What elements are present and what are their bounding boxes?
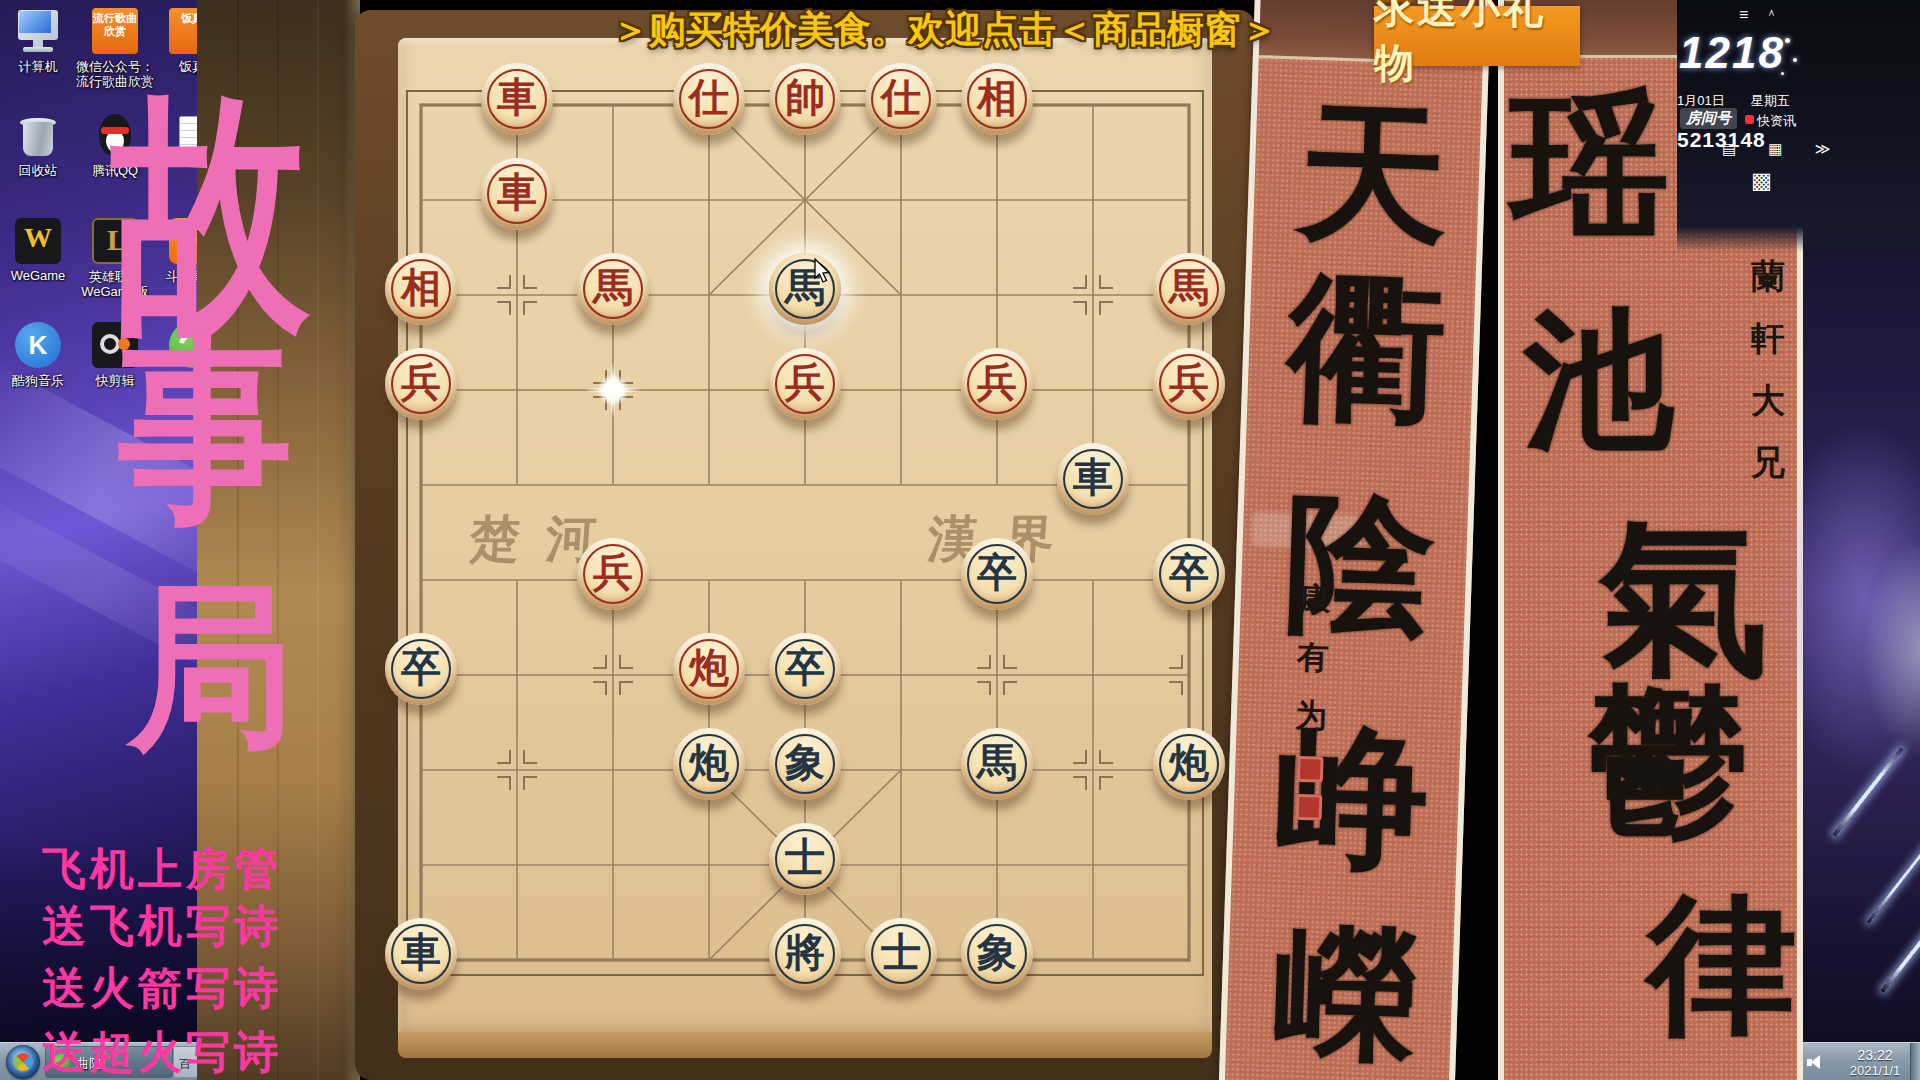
calligraphy-char: 池	[1524, 282, 1674, 484]
taskbar-right-segment: 23:22 2021/1/1	[1803, 1042, 1920, 1080]
stream-sidebar-panel: ≡ ＾ 1218 1月01日 星期五 房间号 5213148 快资讯 ▤ ▦ ≫…	[1677, 0, 1920, 252]
piece-red-horse[interactable]: 馬	[577, 253, 649, 325]
taskbar-clock-date[interactable]: 2021/1/1	[1839, 1063, 1911, 1078]
calligraphy-scroll-left: 天衢陰峥嶸康有为	[1219, 0, 1491, 1080]
stream-weekday: 星期五	[1751, 92, 1790, 110]
piece-red-soldier[interactable]: 兵	[577, 538, 649, 610]
piece-black-soldier[interactable]: 卒	[385, 633, 457, 705]
stage-light-glow	[1863, 540, 1920, 760]
piece-glyph: 馬	[1169, 268, 1209, 308]
gift-request-banner-text: 求送小礼物	[1374, 0, 1580, 91]
taskbar-clock-time[interactable]: 23:22	[1845, 1047, 1905, 1063]
gift-instruction-line: 送火箭写诗	[42, 959, 282, 1018]
piece-red-advisor[interactable]: 仕	[673, 63, 745, 135]
piece-red-king[interactable]: 帥	[769, 63, 841, 135]
piece-glyph: 兵	[593, 553, 633, 593]
red-seal-stamp	[1296, 794, 1323, 821]
piece-black-chariot[interactable]: 車	[385, 918, 457, 990]
piece-glyph: 卒	[977, 553, 1017, 593]
piece-black-soldier[interactable]: 卒	[1153, 538, 1225, 610]
piece-red-advisor[interactable]: 仕	[865, 63, 937, 135]
piece-glyph: 車	[497, 78, 537, 118]
piece-red-soldier[interactable]: 兵	[769, 348, 841, 420]
piece-black-king[interactable]: 將	[769, 918, 841, 990]
room-number-label: 房间号	[1680, 108, 1737, 129]
piece-black-chariot[interactable]: 車	[1057, 443, 1129, 515]
piece-glyph: 炮	[1169, 743, 1209, 783]
piece-glyph: 相	[977, 78, 1017, 118]
piece-black-cannon[interactable]: 炮	[673, 728, 745, 800]
piece-black-advisor[interactable]: 士	[865, 918, 937, 990]
piece-red-chariot[interactable]: 車	[481, 158, 553, 230]
news-feed-label[interactable]: 快资讯	[1757, 112, 1796, 130]
sparkle-dot	[1781, 72, 1784, 75]
piece-glyph: 卒	[785, 648, 825, 688]
piece-black-soldier[interactable]: 卒	[961, 538, 1033, 610]
dedication-char: 蘭	[1751, 254, 1785, 300]
stream-title-char: 故	[112, 85, 310, 343]
shop-ticker-text: ＞购买特价美食。欢迎点击＜商品橱窗＞	[612, 5, 1278, 55]
piece-glyph: 兵	[977, 363, 1017, 403]
sparkle-dot	[1793, 58, 1797, 62]
piece-black-soldier[interactable]: 卒	[769, 633, 841, 705]
calligraphy-char: 律	[1647, 866, 1797, 1068]
piece-red-elephant[interactable]: 相	[385, 253, 457, 325]
neon-light-beam	[1881, 911, 1920, 992]
piece-red-chariot[interactable]: 車	[481, 63, 553, 135]
piece-black-cannon[interactable]: 炮	[1153, 728, 1225, 800]
piece-glyph: 兵	[401, 363, 441, 403]
piece-glyph: 馬	[593, 268, 633, 308]
gift-request-banner[interactable]: 求送小礼物	[1374, 6, 1580, 66]
piece-glyph: 車	[401, 933, 441, 973]
piece-glyph: 卒	[401, 648, 441, 688]
piece-glyph: 將	[785, 933, 825, 973]
piece-glyph: 象	[977, 933, 1017, 973]
piece-glyph: 兵	[1169, 363, 1209, 403]
piece-glyph: 士	[881, 933, 921, 973]
piece-black-elephant[interactable]: 象	[769, 728, 841, 800]
collapse-icon[interactable]: ＾	[1765, 6, 1778, 24]
dedication-char: 大	[1751, 378, 1785, 424]
sidebar-toolbar-icons[interactable]: ▤ ▦ ≫	[1722, 140, 1844, 158]
piece-glyph: 象	[785, 743, 825, 783]
douyu-event-logo: 1218	[1679, 28, 1785, 78]
gift-instruction-line: 送超火写诗	[42, 1023, 282, 1080]
signature-char: 康	[1298, 578, 1331, 623]
piece-red-soldier[interactable]: 兵	[961, 348, 1033, 420]
piece-black-elephant[interactable]: 象	[961, 918, 1033, 990]
qr-code-icon[interactable]: ▩	[1751, 168, 1772, 194]
menu-icon[interactable]: ≡	[1739, 6, 1748, 24]
piece-glyph: 士	[785, 838, 825, 878]
piece-red-horse[interactable]: 馬	[1153, 253, 1225, 325]
red-seal-stamp	[1297, 756, 1324, 783]
calligraphy-char: 瑶	[1511, 60, 1669, 273]
piece-red-soldier[interactable]: 兵	[1153, 348, 1225, 420]
speaker-icon[interactable]	[1811, 1055, 1820, 1069]
piece-red-elephant[interactable]: 相	[961, 63, 1033, 135]
screen: 曲陪 百 计算机流行歌曲欣赏微信公众号：流行歌曲欣赏饭真饭真回收站腾讯QQWWe…	[0, 0, 1920, 1080]
piece-red-soldier[interactable]: 兵	[385, 348, 457, 420]
piece-glyph: 車	[497, 173, 537, 213]
dedication-char: 軒	[1751, 316, 1785, 362]
piece-black-horse[interactable]: 馬	[961, 728, 1033, 800]
calligraphy-char: 衢	[1285, 241, 1450, 459]
calligraphy-char: 鬱	[1589, 656, 1749, 872]
piece-glyph: 炮	[689, 648, 729, 688]
calligraphy-char: 嶸	[1272, 898, 1420, 1080]
piece-glyph: 帥	[785, 78, 825, 118]
piece-red-cannon[interactable]: 炮	[673, 633, 745, 705]
piece-black-advisor[interactable]: 士	[769, 823, 841, 895]
piece-glyph: 相	[401, 268, 441, 308]
signature-char: 为	[1294, 694, 1327, 739]
gift-instruction-line: 飞机上房管	[42, 840, 282, 899]
show-desktop-button[interactable]	[1910, 1043, 1920, 1080]
piece-glyph: 仕	[881, 78, 921, 118]
piece-glyph: 仕	[689, 78, 729, 118]
piece-glyph: 車	[1073, 458, 1113, 498]
mouse-cursor	[814, 258, 832, 284]
piece-glyph: 卒	[1169, 553, 1209, 593]
piece-glyph: 炮	[689, 743, 729, 783]
stream-title-char: 局	[128, 578, 294, 758]
neon-light-beam	[1867, 819, 1920, 923]
piece-glyph: 兵	[785, 363, 825, 403]
click-sparkle-effect	[585, 362, 641, 418]
piece-glyph: 馬	[977, 743, 1017, 783]
sparkle-dot	[1785, 38, 1790, 43]
signature-char: 有	[1296, 636, 1329, 681]
gift-instruction-line: 送飞机写诗	[42, 897, 282, 956]
stream-title-char: 事	[118, 330, 293, 530]
